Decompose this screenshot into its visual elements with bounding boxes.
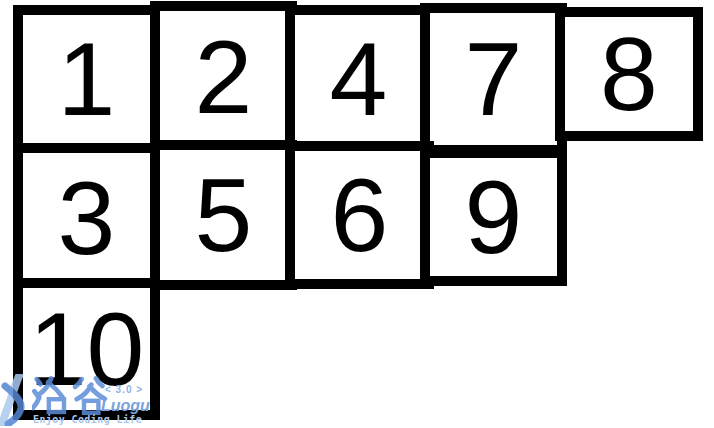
cell-8: 8 xyxy=(555,7,703,141)
cell-number: 6 xyxy=(331,163,389,267)
cell-number: 7 xyxy=(465,27,523,131)
cell-number: 9 xyxy=(465,165,523,269)
cell-number: 1 xyxy=(58,27,116,131)
cell-10: 10 xyxy=(13,278,160,420)
cell-3: 3 xyxy=(13,143,160,293)
cell-9: 9 xyxy=(420,148,567,286)
cell-number: 10 xyxy=(29,297,145,401)
cell-5: 5 xyxy=(150,140,297,290)
cell-number: 4 xyxy=(330,27,388,131)
cell-number: 2 xyxy=(195,25,253,129)
cell-6: 6 xyxy=(285,141,434,289)
board: 12478356910 < 3.0 > Luogu xyxy=(0,0,714,428)
cell-2: 2 xyxy=(150,1,297,153)
cell-1: 1 xyxy=(13,5,160,153)
cell-7: 7 xyxy=(420,3,567,155)
cell-number: 3 xyxy=(58,166,116,270)
cell-number: 5 xyxy=(195,163,253,267)
cell-4: 4 xyxy=(285,5,432,153)
cell-number: 8 xyxy=(600,22,658,126)
